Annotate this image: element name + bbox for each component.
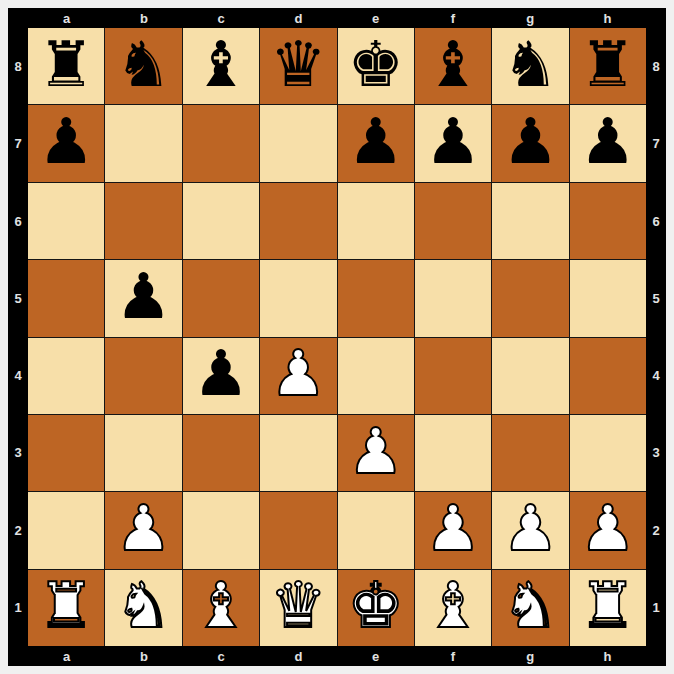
rank-label-left-6: 6 [8,183,28,260]
square-e2[interactable] [338,492,414,568]
rank-labels-right: 87654321 [646,28,666,646]
square-e5[interactable] [338,260,414,336]
square-e4[interactable] [338,338,414,414]
square-f5[interactable] [415,260,491,336]
square-d2[interactable] [260,492,336,568]
black-queen-d8[interactable]: ♛ [270,33,326,96]
chessboard-frame: abcdefgh 87654321 ♜♞♝♛♚♝♞♜♟♟♟♟♟♟♟♟♟♟♟♟♟♜… [8,8,666,666]
square-e7[interactable]: ♟ [338,105,414,181]
square-b2[interactable]: ♟ [105,492,181,568]
square-f6[interactable] [415,183,491,259]
square-h5[interactable] [570,260,646,336]
file-label-top-f: f [414,8,491,28]
rank-label-left-3: 3 [8,414,28,491]
rank-label-right-8: 8 [646,28,666,105]
black-rook-a8[interactable]: ♜ [38,33,94,96]
square-e1[interactable]: ♚ [338,570,414,646]
square-e3[interactable]: ♟ [338,415,414,491]
square-b6[interactable] [105,183,181,259]
rank-label-left-8: 8 [8,28,28,105]
white-king-e1[interactable]: ♚ [347,574,403,637]
square-c8[interactable]: ♝ [183,28,259,104]
file-label-bottom-b: b [105,646,182,666]
black-bishop-c8[interactable]: ♝ [193,33,249,96]
square-a4[interactable] [28,338,104,414]
file-label-top-h: h [569,8,646,28]
square-a8[interactable]: ♜ [28,28,104,104]
white-knight-g1[interactable]: ♞ [502,574,558,637]
file-label-bottom-f: f [414,646,491,666]
page-background: abcdefgh 87654321 ♜♞♝♛♚♝♞♜♟♟♟♟♟♟♟♟♟♟♟♟♟♜… [0,0,674,674]
square-a7[interactable]: ♟ [28,105,104,181]
square-b1[interactable]: ♞ [105,570,181,646]
square-f8[interactable]: ♝ [415,28,491,104]
file-label-top-a: a [28,8,105,28]
white-bishop-f1[interactable]: ♝ [425,574,481,637]
square-a6[interactable] [28,183,104,259]
black-pawn-b5[interactable]: ♟ [115,265,171,328]
square-h1[interactable]: ♜ [570,570,646,646]
square-g8[interactable]: ♞ [492,28,568,104]
rank-labels-left: 87654321 [8,28,28,646]
white-pawn-d4[interactable]: ♟ [270,342,326,405]
file-label-top-d: d [260,8,337,28]
white-pawn-e3[interactable]: ♟ [347,420,403,483]
black-knight-b8[interactable]: ♞ [115,33,171,96]
rank-label-right-6: 6 [646,183,666,260]
white-knight-b1[interactable]: ♞ [115,574,171,637]
square-h7[interactable]: ♟ [570,105,646,181]
rank-label-right-7: 7 [646,105,666,182]
black-bishop-f8[interactable]: ♝ [425,33,481,96]
square-a2[interactable] [28,492,104,568]
square-d6[interactable] [260,183,336,259]
black-pawn-a7[interactable]: ♟ [38,110,94,173]
square-g7[interactable]: ♟ [492,105,568,181]
rank-label-left-7: 7 [8,105,28,182]
white-rook-a1[interactable]: ♜ [38,574,94,637]
file-label-top-b: b [105,8,182,28]
rank-label-right-2: 2 [646,492,666,569]
square-f1[interactable]: ♝ [415,570,491,646]
rank-label-left-5: 5 [8,260,28,337]
rank-label-left-1: 1 [8,569,28,646]
square-h4[interactable] [570,338,646,414]
black-pawn-f7[interactable]: ♟ [425,110,481,173]
square-c4[interactable]: ♟ [183,338,259,414]
board-middle-row: 87654321 ♜♞♝♛♚♝♞♜♟♟♟♟♟♟♟♟♟♟♟♟♟♜♞♝♛♚♝♞♜ 8… [8,28,666,646]
square-f3[interactable] [415,415,491,491]
square-h3[interactable] [570,415,646,491]
file-label-bottom-e: e [337,646,414,666]
square-f7[interactable]: ♟ [415,105,491,181]
white-rook-h1[interactable]: ♜ [580,574,636,637]
rank-label-right-5: 5 [646,260,666,337]
square-g6[interactable] [492,183,568,259]
square-c1[interactable]: ♝ [183,570,259,646]
square-a3[interactable] [28,415,104,491]
square-c7[interactable] [183,105,259,181]
file-label-bottom-a: a [28,646,105,666]
file-label-bottom-c: c [183,646,260,666]
rank-label-left-2: 2 [8,492,28,569]
black-pawn-g7[interactable]: ♟ [502,110,558,173]
black-pawn-h7[interactable]: ♟ [580,110,636,173]
rank-label-right-1: 1 [646,569,666,646]
square-h2[interactable]: ♟ [570,492,646,568]
white-pawn-g2[interactable]: ♟ [502,497,558,560]
square-b7[interactable] [105,105,181,181]
rank-label-right-4: 4 [646,337,666,414]
file-label-top-e: e [337,8,414,28]
square-d4[interactable]: ♟ [260,338,336,414]
square-b8[interactable]: ♞ [105,28,181,104]
square-g5[interactable] [492,260,568,336]
file-label-bottom-d: d [260,646,337,666]
black-rook-h8[interactable]: ♜ [580,33,636,96]
square-f2[interactable]: ♟ [415,492,491,568]
black-pawn-c4[interactable]: ♟ [193,342,249,405]
square-e6[interactable] [338,183,414,259]
square-c6[interactable] [183,183,259,259]
white-queen-d1[interactable]: ♛ [270,574,326,637]
file-labels-bottom: abcdefgh [28,646,646,666]
square-g2[interactable]: ♟ [492,492,568,568]
white-pawn-f2[interactable]: ♟ [425,497,481,560]
square-d3[interactable] [260,415,336,491]
square-d1[interactable]: ♛ [260,570,336,646]
file-label-bottom-h: h [569,646,646,666]
square-e8[interactable]: ♚ [338,28,414,104]
square-h6[interactable] [570,183,646,259]
white-bishop-c1[interactable]: ♝ [193,574,249,637]
square-g4[interactable] [492,338,568,414]
file-label-bottom-g: g [492,646,569,666]
chessboard[interactable]: ♜♞♝♛♚♝♞♜♟♟♟♟♟♟♟♟♟♟♟♟♟♜♞♝♛♚♝♞♜ [28,28,646,646]
square-c2[interactable] [183,492,259,568]
square-d7[interactable] [260,105,336,181]
square-h8[interactable]: ♜ [570,28,646,104]
white-pawn-b2[interactable]: ♟ [115,497,171,560]
file-labels-top: abcdefgh [28,8,646,28]
square-f4[interactable] [415,338,491,414]
square-g1[interactable]: ♞ [492,570,568,646]
rank-label-right-3: 3 [646,414,666,491]
rank-label-left-4: 4 [8,337,28,414]
black-king-e8[interactable]: ♚ [347,33,403,96]
square-c5[interactable] [183,260,259,336]
square-a5[interactable] [28,260,104,336]
square-b5[interactable]: ♟ [105,260,181,336]
square-d8[interactable]: ♛ [260,28,336,104]
square-c3[interactable] [183,415,259,491]
file-label-top-c: c [183,8,260,28]
white-pawn-h2[interactable]: ♟ [580,497,636,560]
square-d5[interactable] [260,260,336,336]
square-b4[interactable] [105,338,181,414]
square-a1[interactable]: ♜ [28,570,104,646]
black-knight-g8[interactable]: ♞ [502,33,558,96]
square-b3[interactable] [105,415,181,491]
black-pawn-e7[interactable]: ♟ [347,110,403,173]
file-label-top-g: g [492,8,569,28]
square-g3[interactable] [492,415,568,491]
